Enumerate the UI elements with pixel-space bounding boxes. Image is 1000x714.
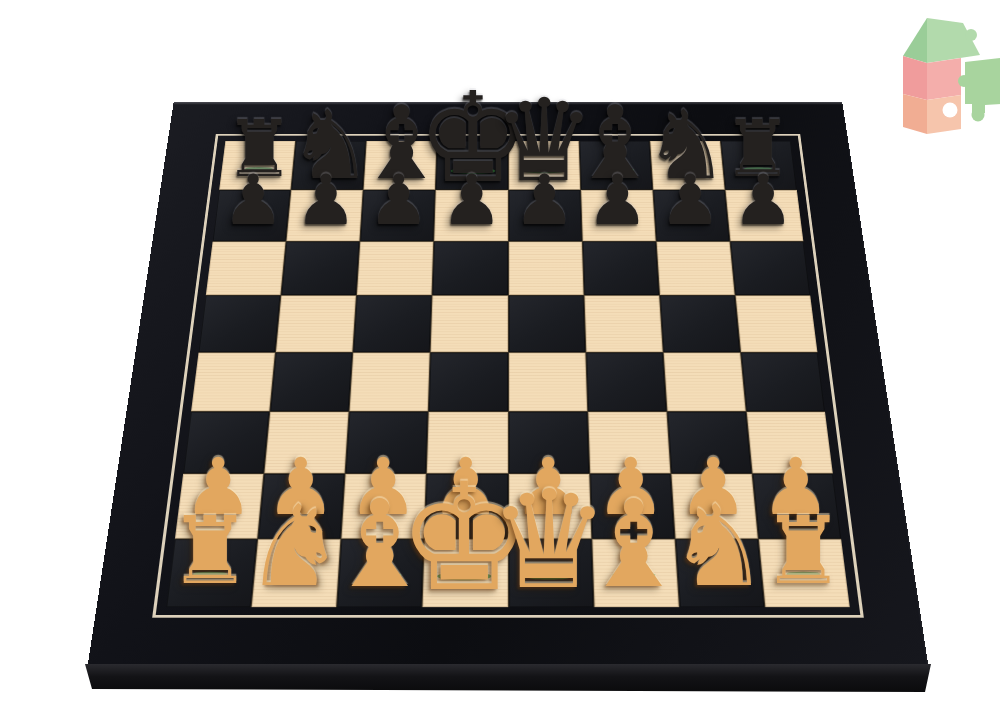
square-e2 <box>509 474 591 539</box>
square-c1 <box>337 539 424 607</box>
square-f1 <box>592 539 679 607</box>
square-d8 <box>436 141 507 190</box>
square-b4 <box>270 352 352 411</box>
square-f6 <box>582 242 658 295</box>
square-f8 <box>579 141 652 190</box>
square-c4 <box>350 352 430 411</box>
square-e1 <box>509 539 594 607</box>
square-e7 <box>508 190 581 241</box>
square-f2 <box>590 474 674 539</box>
square-a7 <box>213 190 291 241</box>
square-h1 <box>759 539 850 607</box>
square-e3 <box>508 412 588 473</box>
square-c3 <box>346 412 428 473</box>
square-c2 <box>342 474 426 539</box>
square-c7 <box>361 190 436 241</box>
square-d5 <box>431 296 508 352</box>
product-photo: ♜♞♝♚♛♝♞♜♟♟♟♟♟♟♟♟♟♟♟♟♟♟♟♟♜♞♝♚♛♝♞♜ <box>0 0 1000 714</box>
square-g6 <box>656 242 734 295</box>
square-g5 <box>660 296 740 352</box>
square-e4 <box>508 352 586 411</box>
chessboard-frame <box>88 102 929 665</box>
square-d3 <box>427 412 507 473</box>
square-a5 <box>199 296 281 352</box>
square-d4 <box>429 352 507 411</box>
square-b1 <box>252 539 341 607</box>
square-d6 <box>433 242 508 295</box>
square-a8 <box>219 141 295 190</box>
square-c8 <box>364 141 437 190</box>
square-f5 <box>584 296 662 352</box>
square-h5 <box>736 296 818 352</box>
square-e6 <box>508 242 583 295</box>
house-puzzle-logo <box>891 9 1000 134</box>
square-g4 <box>663 352 745 411</box>
square-h4 <box>741 352 825 411</box>
square-h3 <box>747 412 833 473</box>
square-d7 <box>435 190 508 241</box>
square-f3 <box>588 412 670 473</box>
square-a4 <box>191 352 275 411</box>
square-b3 <box>265 412 349 473</box>
square-g8 <box>650 141 725 190</box>
board-front-edge <box>80 663 936 693</box>
square-d1 <box>423 539 508 607</box>
square-f4 <box>586 352 666 411</box>
square-h8 <box>721 141 797 190</box>
square-a3 <box>183 412 269 473</box>
board-scene <box>0 0 1000 714</box>
square-f7 <box>581 190 656 241</box>
square-h2 <box>753 474 842 539</box>
square-b6 <box>281 242 359 295</box>
square-g7 <box>653 190 729 241</box>
square-e5 <box>508 296 585 352</box>
square-b2 <box>258 474 344 539</box>
square-g3 <box>667 412 751 473</box>
square-d2 <box>425 474 507 539</box>
square-c5 <box>354 296 432 352</box>
square-a2 <box>175 474 264 539</box>
square-c6 <box>357 242 433 295</box>
square-b7 <box>287 190 363 241</box>
square-e8 <box>508 141 579 190</box>
square-b5 <box>276 296 356 352</box>
square-a1 <box>166 539 257 607</box>
square-a6 <box>206 242 286 295</box>
playing-area <box>166 141 850 607</box>
square-h7 <box>725 190 803 241</box>
square-g1 <box>675 539 764 607</box>
square-b8 <box>291 141 366 190</box>
square-g2 <box>671 474 757 539</box>
square-h6 <box>730 242 810 295</box>
